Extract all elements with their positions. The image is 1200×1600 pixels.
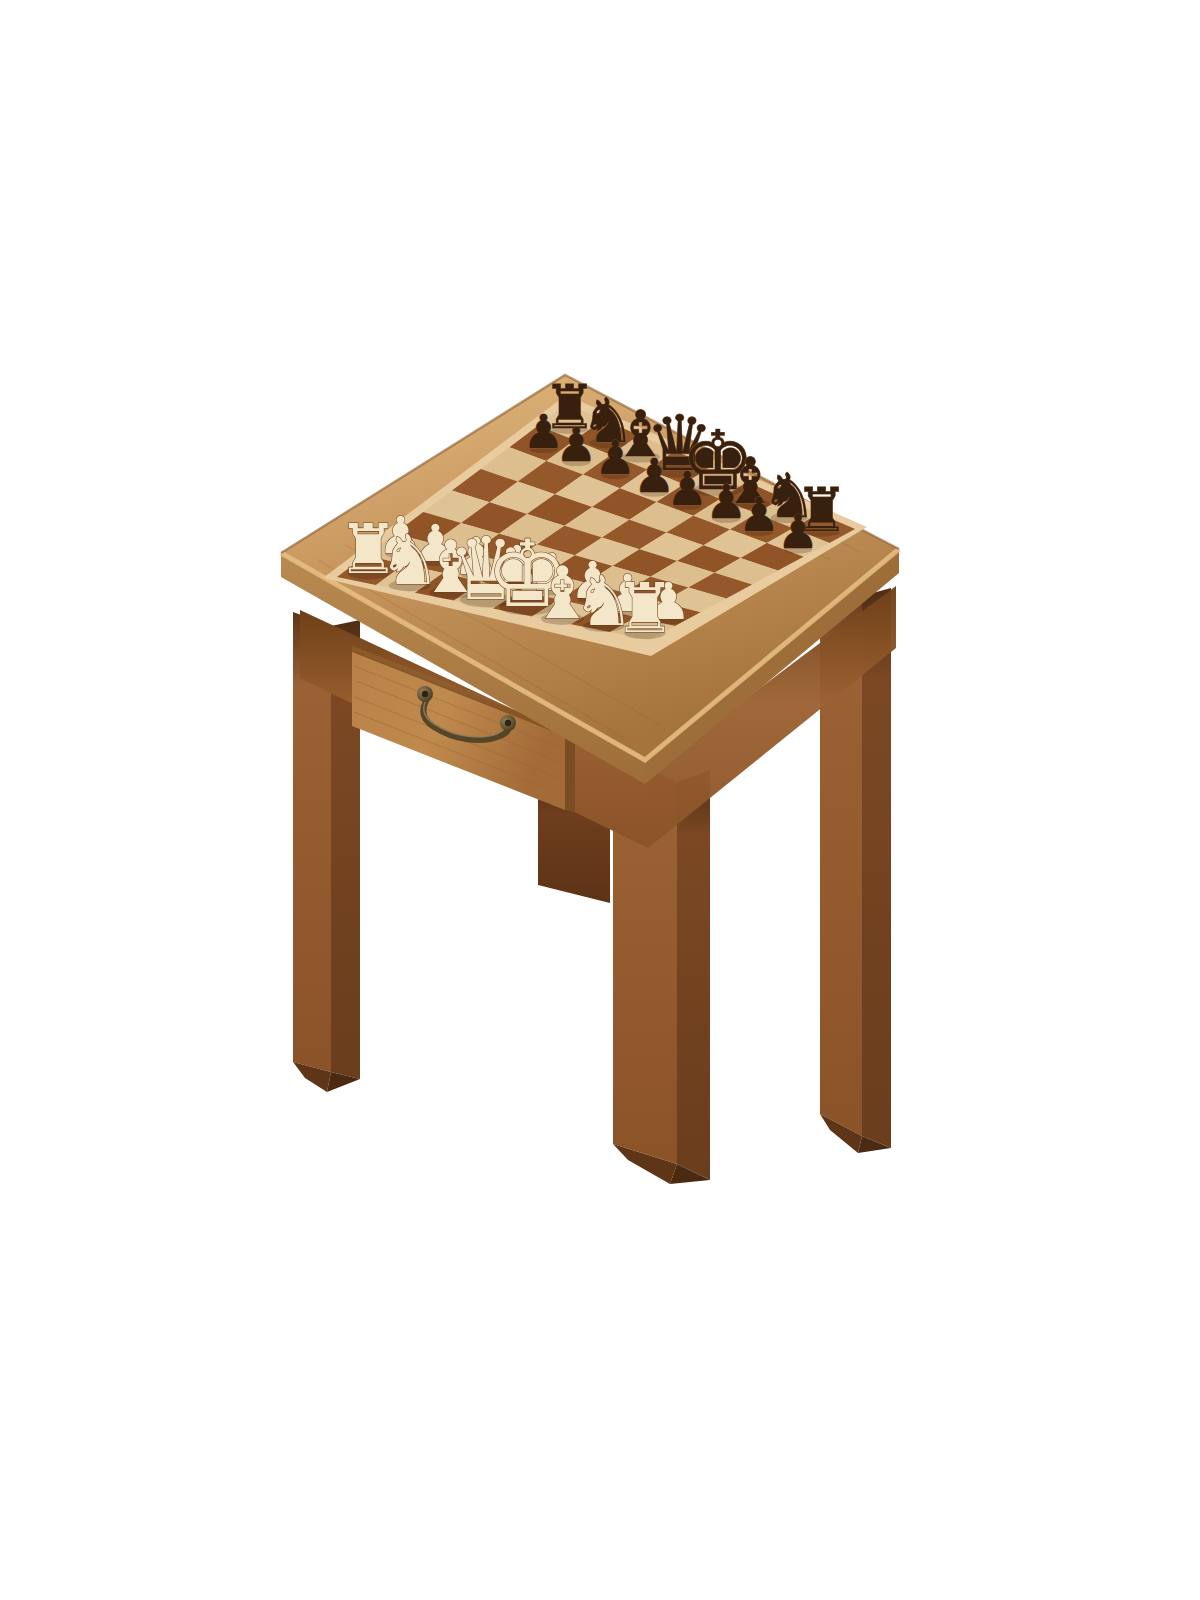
handle-knob-left — [422, 691, 428, 697]
handle-knob-right — [505, 720, 511, 726]
piece-black-pawn-e7: ♟ — [666, 462, 708, 516]
piece-black-pawn-c7: ♟ — [594, 431, 636, 485]
product-photo-canvas: ♜♞♟♝♟♛♟♚♟♝♟♞♟♜♟♟♟♟♟♜♟♞♟♝♛♟♚♟♝♟♞♜ — [0, 0, 1200, 1600]
piece-black-pawn-h7: ♟ — [777, 505, 819, 559]
piece-black-pawn-b7: ♟ — [555, 418, 597, 472]
piece-black-pawn-g7: ♟ — [738, 488, 780, 542]
chess-table-photo: ♜♞♟♝♟♛♟♚♟♝♟♞♟♜♟♟♟♟♟♜♟♞♟♝♛♟♚♟♝♟♞♜ — [0, 0, 1200, 1600]
piece-white-rook-h1: ♜ — [614, 569, 675, 648]
